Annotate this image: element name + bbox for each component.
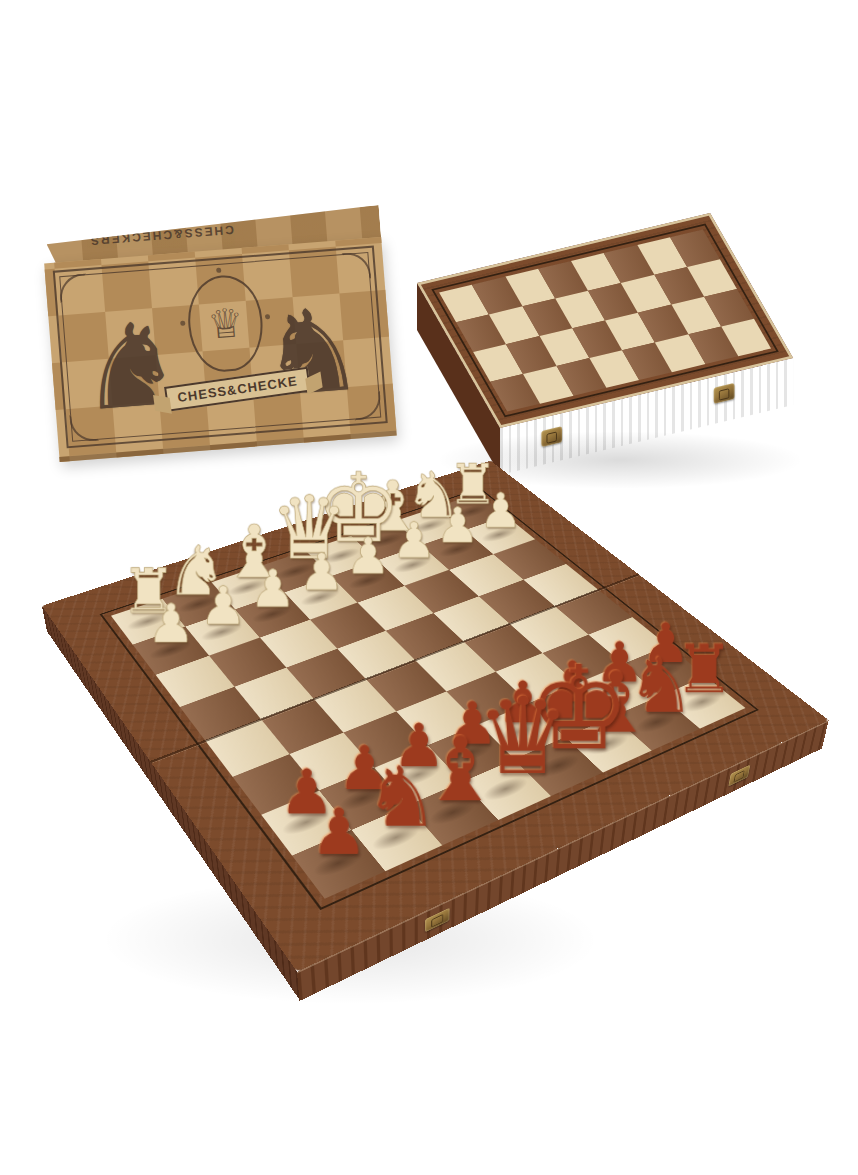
brass-latch-icon (728, 764, 750, 786)
piece-white-pawn[interactable]: ♟ (294, 547, 348, 598)
chess-board: ♜♞♝♛♚♝♞♜♟♟♟♟♟♟♟♟♟♟♟♟♟♟♟♟♟♞♝♛♚♝♞♜ (42, 461, 829, 972)
piece-red-pawn[interactable]: ♟ (305, 801, 373, 865)
piece-white-pawn[interactable]: ♟ (387, 516, 440, 565)
board-squares: ♜♞♝♛♚♝♞♜♟♟♟♟♟♟♟♟♟♟♟♟♟♟♟♟♟♞♝♛♚♝♞♜ (111, 493, 745, 898)
piece-white-pawn[interactable]: ♟ (341, 532, 394, 582)
board-scene: ♜♞♝♛♚♝♞♜♟♟♟♟♟♟♟♟♟♟♟♟♟♟♟♟♟♞♝♛♚♝♞♜ (0, 0, 858, 1175)
piece-white-pawn[interactable]: ♟ (143, 597, 200, 651)
brass-latch-icon (425, 908, 450, 933)
piece-white-pawn[interactable]: ♟ (195, 580, 251, 633)
piece-white-pawn[interactable]: ♟ (245, 563, 300, 615)
piece-red-knight[interactable]: ♞ (364, 755, 431, 839)
